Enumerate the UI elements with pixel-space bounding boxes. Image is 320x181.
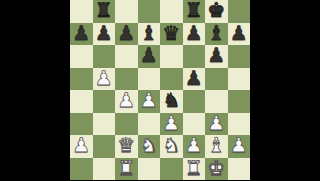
square-f1[interactable]: ♜	[183, 158, 206, 181]
square-a8[interactable]	[70, 0, 93, 23]
white-bishop[interactable]: ♝	[207, 135, 225, 155]
black-pawn[interactable]: ♟	[185, 68, 203, 88]
black-pawn[interactable]: ♟	[140, 45, 158, 65]
square-g2[interactable]: ♝	[205, 135, 228, 158]
white-queen[interactable]: ♛	[117, 135, 135, 155]
square-h4[interactable]	[228, 90, 251, 113]
black-pawn[interactable]: ♟	[185, 23, 203, 43]
square-b8[interactable]: ♜	[93, 0, 116, 23]
square-d4[interactable]: ♟	[138, 90, 161, 113]
white-knight[interactable]: ♞	[162, 135, 180, 155]
black-knight[interactable]: ♞	[162, 90, 180, 110]
square-c2[interactable]: ♛	[115, 135, 138, 158]
letterbox-right	[250, 0, 320, 180]
square-f5[interactable]: ♟	[183, 68, 206, 91]
square-a6[interactable]	[70, 45, 93, 68]
square-d3[interactable]	[138, 113, 161, 136]
square-g1[interactable]: ♚	[205, 158, 228, 181]
square-a5[interactable]	[70, 68, 93, 91]
square-c6[interactable]	[115, 45, 138, 68]
square-f3[interactable]	[183, 113, 206, 136]
white-knight[interactable]: ♞	[140, 135, 158, 155]
square-d2[interactable]: ♞	[138, 135, 161, 158]
white-pawn[interactable]: ♟	[230, 135, 248, 155]
square-h2[interactable]: ♟	[228, 135, 251, 158]
square-d5[interactable]	[138, 68, 161, 91]
black-pawn[interactable]: ♟	[207, 45, 225, 65]
white-pawn[interactable]: ♟	[207, 113, 225, 133]
square-g4[interactable]	[205, 90, 228, 113]
white-pawn[interactable]: ♟	[95, 68, 113, 88]
square-f8[interactable]: ♜	[183, 0, 206, 23]
square-b5[interactable]: ♟	[93, 68, 116, 91]
black-pawn[interactable]: ♟	[95, 23, 113, 43]
white-rook[interactable]: ♜	[117, 158, 135, 178]
square-e6[interactable]	[160, 45, 183, 68]
square-c4[interactable]: ♟	[115, 90, 138, 113]
square-d6[interactable]: ♟	[138, 45, 161, 68]
black-king[interactable]: ♚	[207, 0, 225, 20]
black-bishop[interactable]: ♝	[140, 23, 158, 43]
square-a1[interactable]	[70, 158, 93, 181]
black-pawn[interactable]: ♟	[72, 23, 90, 43]
square-b2[interactable]	[93, 135, 116, 158]
square-f2[interactable]: ♟	[183, 135, 206, 158]
square-h3[interactable]	[228, 113, 251, 136]
square-c7[interactable]: ♟	[115, 23, 138, 46]
square-d7[interactable]: ♝	[138, 23, 161, 46]
white-pawn[interactable]: ♟	[117, 90, 135, 110]
square-h8[interactable]	[228, 0, 251, 23]
square-b6[interactable]	[93, 45, 116, 68]
app-window: ♜♜♚♟♟♟♝♛♟♝♟♟♟♟♟♟♟♞♟♟♟♛♞♞♟♝♟♜♜♚	[0, 0, 320, 180]
square-c5[interactable]	[115, 68, 138, 91]
square-h7[interactable]: ♟	[228, 23, 251, 46]
square-e3[interactable]: ♟	[160, 113, 183, 136]
square-g3[interactable]: ♟	[205, 113, 228, 136]
square-e8[interactable]	[160, 0, 183, 23]
square-d1[interactable]	[138, 158, 161, 181]
white-king[interactable]: ♚	[207, 158, 225, 178]
square-f6[interactable]	[183, 45, 206, 68]
square-h1[interactable]	[228, 158, 251, 181]
white-pawn[interactable]: ♟	[185, 135, 203, 155]
chess-board: ♜♜♚♟♟♟♝♛♟♝♟♟♟♟♟♟♟♞♟♟♟♛♞♞♟♝♟♜♜♚	[70, 0, 250, 180]
square-c3[interactable]	[115, 113, 138, 136]
square-a4[interactable]	[70, 90, 93, 113]
black-bishop[interactable]: ♝	[207, 23, 225, 43]
square-b3[interactable]	[93, 113, 116, 136]
white-rook[interactable]: ♜	[185, 158, 203, 178]
square-e7[interactable]: ♛	[160, 23, 183, 46]
square-f7[interactable]: ♟	[183, 23, 206, 46]
square-a3[interactable]	[70, 113, 93, 136]
square-h5[interactable]	[228, 68, 251, 91]
square-g5[interactable]	[205, 68, 228, 91]
square-e5[interactable]	[160, 68, 183, 91]
square-e2[interactable]: ♞	[160, 135, 183, 158]
square-a2[interactable]: ♟	[70, 135, 93, 158]
black-rook[interactable]: ♜	[95, 0, 113, 20]
square-h6[interactable]	[228, 45, 251, 68]
square-b4[interactable]	[93, 90, 116, 113]
square-c1[interactable]: ♜	[115, 158, 138, 181]
square-f4[interactable]	[183, 90, 206, 113]
white-pawn[interactable]: ♟	[140, 90, 158, 110]
black-queen[interactable]: ♛	[162, 23, 180, 43]
square-g8[interactable]: ♚	[205, 0, 228, 23]
square-d8[interactable]	[138, 0, 161, 23]
black-pawn[interactable]: ♟	[230, 23, 248, 43]
black-pawn[interactable]: ♟	[117, 23, 135, 43]
square-a7[interactable]: ♟	[70, 23, 93, 46]
square-e1[interactable]	[160, 158, 183, 181]
square-e4[interactable]: ♞	[160, 90, 183, 113]
square-c8[interactable]	[115, 0, 138, 23]
square-g7[interactable]: ♝	[205, 23, 228, 46]
square-b1[interactable]	[93, 158, 116, 181]
white-pawn[interactable]: ♟	[162, 113, 180, 133]
square-g6[interactable]: ♟	[205, 45, 228, 68]
square-b7[interactable]: ♟	[93, 23, 116, 46]
white-pawn[interactable]: ♟	[72, 135, 90, 155]
letterbox-left	[0, 0, 70, 180]
black-rook[interactable]: ♜	[185, 0, 203, 20]
